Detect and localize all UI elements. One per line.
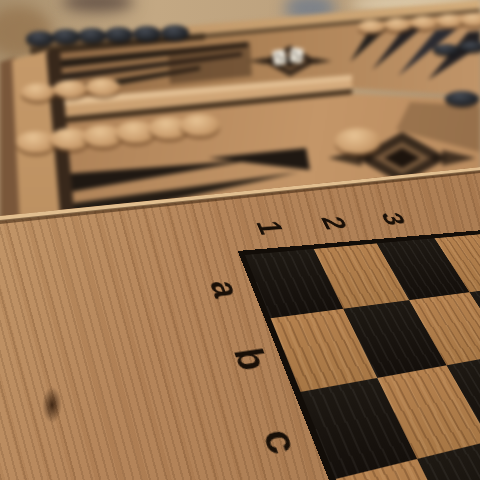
die bbox=[272, 49, 287, 66]
black-checker bbox=[133, 26, 161, 41]
rank-label-2: 2 bbox=[313, 215, 353, 231]
black-checker bbox=[445, 91, 479, 106]
black-checker bbox=[161, 25, 189, 40]
light-checker bbox=[358, 20, 386, 33]
light-checker bbox=[335, 128, 381, 154]
light-checker bbox=[180, 114, 220, 136]
die bbox=[289, 47, 304, 63]
light-checker bbox=[21, 83, 55, 101]
light-checker bbox=[460, 13, 480, 26]
black-checker bbox=[78, 28, 106, 43]
photo-scene: 123abc bbox=[0, 0, 480, 480]
black-checker bbox=[52, 29, 80, 44]
black-checker bbox=[26, 31, 54, 46]
rank-label-1: 1 bbox=[248, 220, 290, 236]
black-checker bbox=[105, 27, 133, 42]
light-checker bbox=[86, 78, 120, 96]
black-checker bbox=[459, 41, 480, 52]
black-checker bbox=[433, 44, 459, 55]
light-checker bbox=[384, 18, 412, 31]
light-checker bbox=[53, 80, 87, 98]
light-checker bbox=[410, 16, 438, 29]
